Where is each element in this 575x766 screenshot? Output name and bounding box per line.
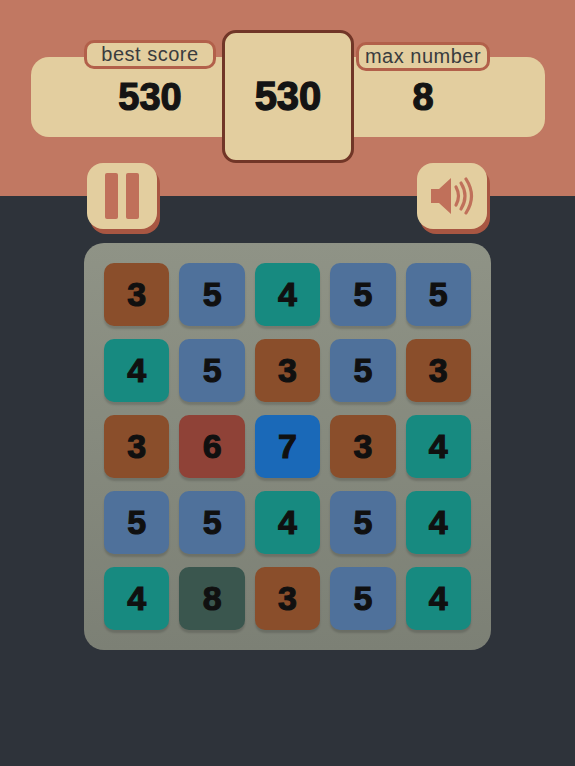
tile-r1c4-value-5[interactable]: 5 [330,263,395,326]
pause-button[interactable] [87,163,157,229]
tile-r1c3-value-4[interactable]: 4 [255,263,320,326]
tile-r2c4-value-5[interactable]: 5 [330,339,395,402]
tile-r5c2-value-8[interactable]: 8 [179,567,244,630]
tile-r2c1-value-4[interactable]: 4 [104,339,169,402]
tile-r3c2-value-6[interactable]: 6 [179,415,244,478]
tile-r3c3-value-7[interactable]: 7 [255,415,320,478]
tile-r3c1-value-3[interactable]: 3 [104,415,169,478]
tile-r3c5-value-4[interactable]: 4 [406,415,471,478]
tile-r4c3-value-4[interactable]: 4 [255,491,320,554]
tile-r4c1-value-5[interactable]: 5 [104,491,169,554]
tile-r2c2-value-5[interactable]: 5 [179,339,244,402]
tile-r5c1-value-4[interactable]: 4 [104,567,169,630]
tile-r1c2-value-5[interactable]: 5 [179,263,244,326]
tile-r3c4-value-3[interactable]: 3 [330,415,395,478]
pause-icon [105,173,139,219]
tile-r1c1-value-3[interactable]: 3 [104,263,169,326]
speaker-icon [429,175,475,217]
tile-r1c5-value-5[interactable]: 5 [406,263,471,326]
tile-r5c4-value-5[interactable]: 5 [330,567,395,630]
best-score-value: 530 [84,57,216,137]
max-number-value: 8 [356,57,490,137]
tile-r4c2-value-5[interactable]: 5 [179,491,244,554]
tile-r4c5-value-4[interactable]: 4 [406,491,471,554]
tile-r2c5-value-3[interactable]: 3 [406,339,471,402]
tile-r2c3-value-3[interactable]: 3 [255,339,320,402]
board-grid: 3545545353367345545448354 [104,263,471,630]
sound-button[interactable] [417,163,487,229]
tile-r4c4-value-5[interactable]: 5 [330,491,395,554]
game-board: 3545545353367345545448354 [84,243,491,650]
current-score-box: 530 [222,30,354,163]
current-score-value: 530 [255,74,322,119]
tile-r5c5-value-4[interactable]: 4 [406,567,471,630]
tile-r5c3-value-3[interactable]: 3 [255,567,320,630]
